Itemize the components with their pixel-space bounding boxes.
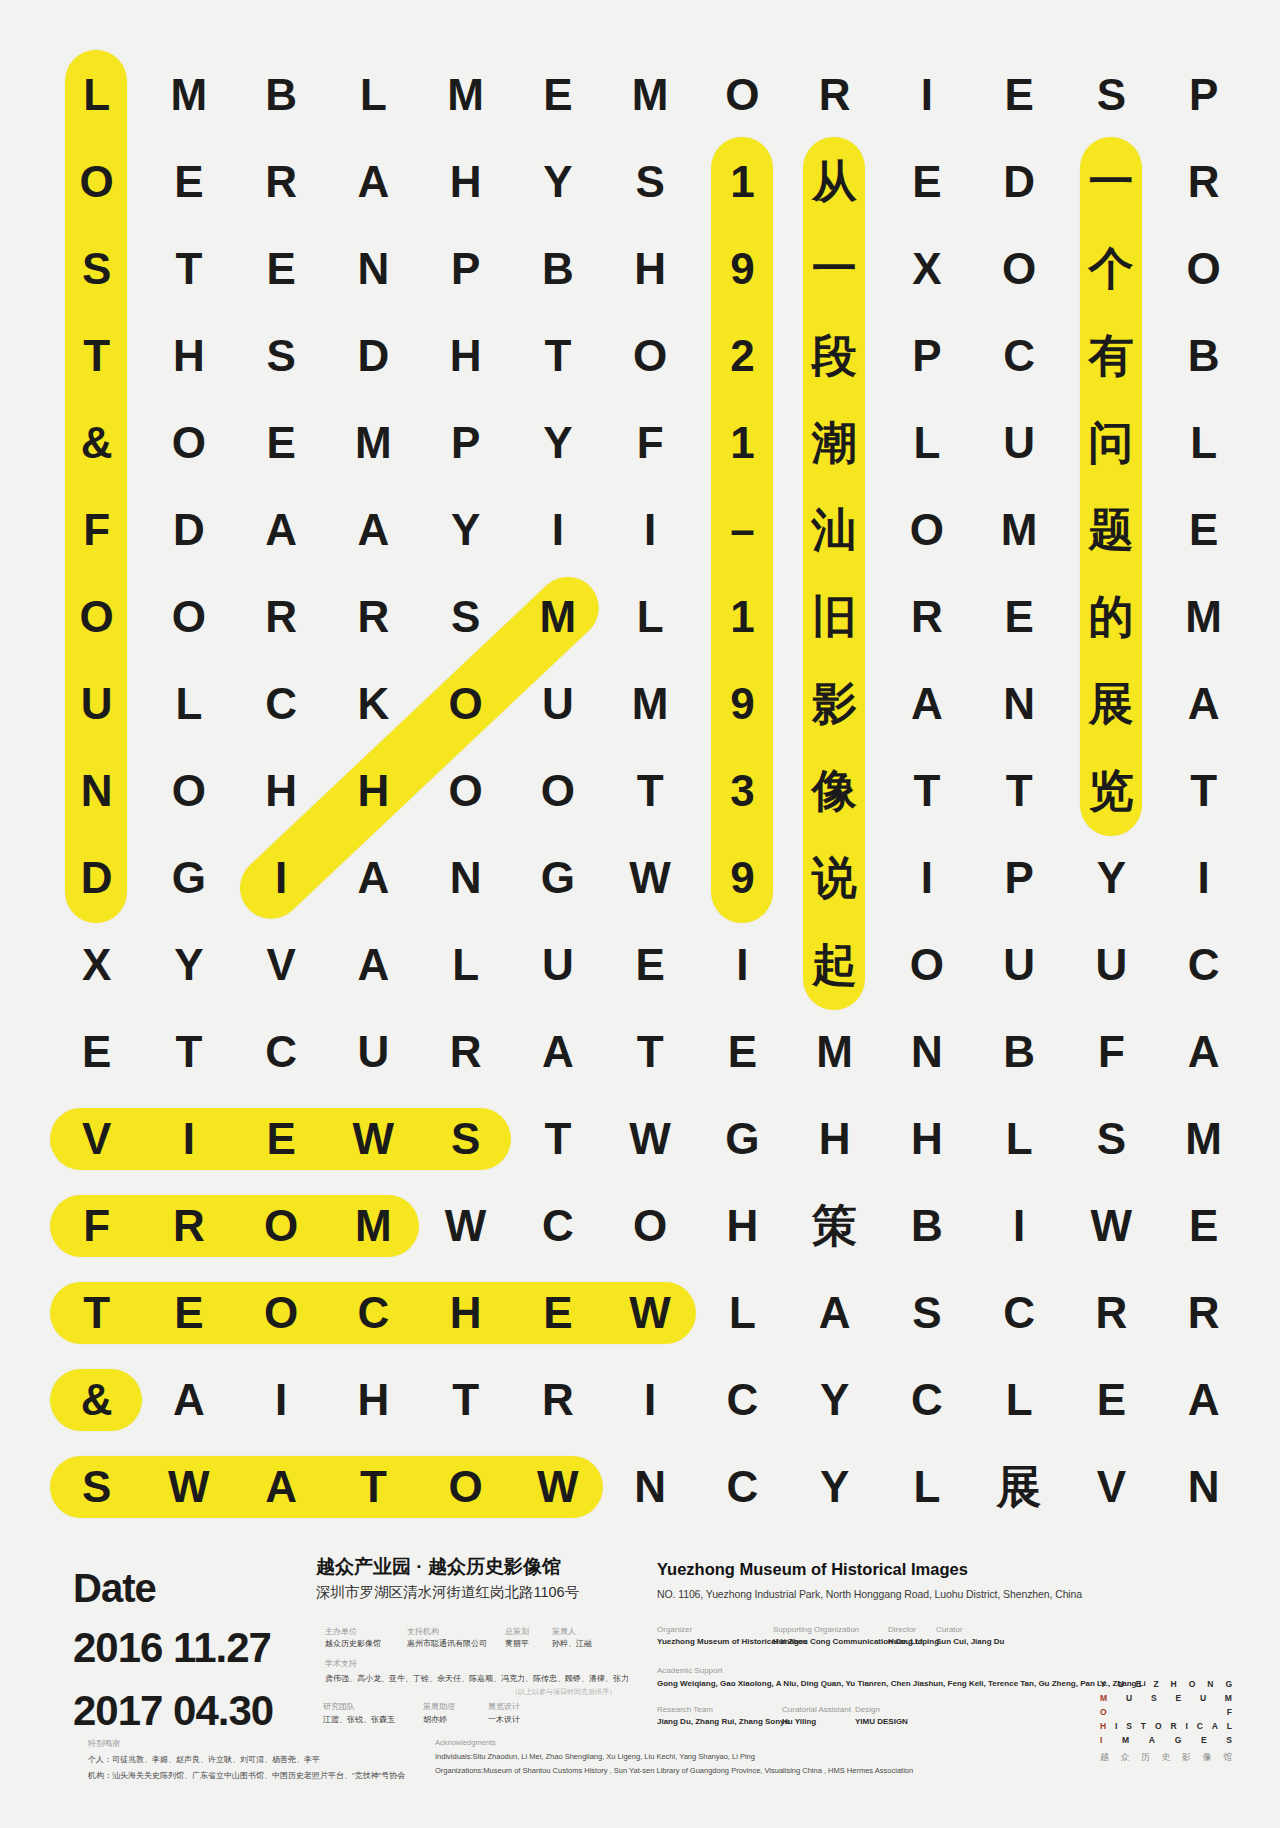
grid-cell-r13c9: H [788, 1095, 880, 1182]
grid-cell-r9c3: H [235, 747, 327, 834]
grid-cell-r8c10: A [880, 660, 972, 747]
grid-cell-r11c2: Y [142, 921, 234, 1008]
grid-cell-r8c8: 9 [696, 660, 788, 747]
grid-cell-r9c4: H [327, 747, 419, 834]
grid-cell-r12c5: R [419, 1008, 511, 1095]
grid-cell-r2c4: A [327, 138, 419, 225]
grid-cell-r16c11: L [973, 1356, 1065, 1443]
grid-cell-r3c9: 一 [788, 225, 880, 312]
grid-cell-r1c6: E [511, 51, 603, 138]
grid-cell-r12c12: F [1065, 1008, 1157, 1095]
grid-cell-r1c2: M [142, 51, 234, 138]
grid-cell-r17c9: Y [788, 1443, 880, 1530]
grid-cell-r1c4: L [327, 51, 419, 138]
logo-letter: O [1100, 1708, 1107, 1717]
grid-cell-r8c1: U [50, 660, 142, 747]
grid-cell-r11c4: A [327, 921, 419, 1008]
grid-cell-r4c7: O [604, 312, 696, 399]
credit-label: Curatorial Assistant [782, 1705, 851, 1714]
acknowledgments-english: Acknowledgments Individuals:Situ Zhaodun… [435, 1738, 913, 1775]
thanks-cn-individuals: 个人：司徒兆敦、李媚、赵声良、许立耿、刘可渭、杨善尧、李平 [88, 1754, 405, 1765]
grid-cell-r7c9: 旧 [788, 573, 880, 660]
grid-cell-r17c1: S [50, 1443, 142, 1530]
logo-row-1: YUEZHONG [1100, 1680, 1232, 1689]
grid-cell-r10c8: 9 [696, 834, 788, 921]
grid-cell-r2c5: H [419, 138, 511, 225]
grid-cell-r13c13: M [1157, 1095, 1249, 1182]
grid-cell-r11c1: X [50, 921, 142, 1008]
logo-letter: U [1118, 1680, 1124, 1689]
logo-cjk-char: 历 [1141, 1753, 1150, 1762]
grid-cell-r1c12: S [1065, 51, 1157, 138]
grid-cell-r14c8: H [696, 1182, 788, 1269]
grid-cell-r7c10: R [880, 573, 972, 660]
grid-cell-r4c1: T [50, 312, 142, 399]
logo-letter: E [1201, 1736, 1207, 1745]
grid-cell-r2c7: S [604, 138, 696, 225]
grid-cell-r2c8: 1 [696, 138, 788, 225]
logo-letter: S [1226, 1736, 1232, 1745]
logo-row-4: HISTORICAL [1100, 1722, 1232, 1731]
grid-cell-r7c6: M [511, 573, 603, 660]
grid-cell-r10c12: Y [1065, 834, 1157, 921]
credit-value: YIMU DESIGN [855, 1717, 908, 1726]
grid-cell-r15c9: A [788, 1269, 880, 1356]
venue-address-cn: 深圳市罗湖区清水河街道红岗北路1106号 [316, 1583, 579, 1602]
grid-cell-r5c9: 潮 [788, 399, 880, 486]
logo-letter: G [1225, 1680, 1232, 1689]
grid-cell-r9c2: O [142, 747, 234, 834]
grid-cell-r14c10: B [880, 1182, 972, 1269]
grid-cell-r6c6: I [511, 486, 603, 573]
grid-cell-r12c11: B [973, 1008, 1065, 1095]
grid-cell-r9c5: O [419, 747, 511, 834]
grid-cell-r2c11: D [973, 138, 1065, 225]
grid-cell-r8c3: C [235, 660, 327, 747]
grid-cell-r7c3: R [235, 573, 327, 660]
credit-value: Jiang Du, Zhang Rui, Zhang Sonyu [657, 1717, 789, 1726]
grid-cell-r8c4: K [327, 660, 419, 747]
grid-cell-r17c8: C [696, 1443, 788, 1530]
grid-cell-r5c11: U [973, 399, 1065, 486]
grid-cell-r13c10: H [880, 1095, 972, 1182]
logo-cjk-char: 众 [1121, 1753, 1130, 1762]
grid-cell-r15c7: W [604, 1269, 696, 1356]
grid-cell-r16c8: C [696, 1356, 788, 1443]
grid-cell-r9c7: T [604, 747, 696, 834]
grid-cell-r7c13: M [1157, 573, 1249, 660]
grid-cell-r11c5: L [419, 921, 511, 1008]
grid-cell-r16c13: A [1157, 1356, 1249, 1443]
grid-cell-r8c13: A [1157, 660, 1249, 747]
grid-cell-r17c7: N [604, 1443, 696, 1530]
credit-value: 江渡、张锐、张森玉 [323, 1714, 395, 1725]
logo-letter: S [1151, 1694, 1157, 1703]
thanks-en-label: Acknowledgments [435, 1738, 913, 1747]
credit-value: 黄丽平 [505, 1638, 529, 1649]
grid-cell-r5c2: O [142, 399, 234, 486]
grid-cell-r8c12: 展 [1065, 660, 1157, 747]
grid-cell-r3c6: B [511, 225, 603, 312]
grid-cell-r11c6: U [511, 921, 603, 1008]
grid-cell-r7c8: 1 [696, 573, 788, 660]
logo-cjk-char: 史 [1162, 1753, 1171, 1762]
grid-cell-r2c2: E [142, 138, 234, 225]
grid-cell-r9c13: T [1157, 747, 1249, 834]
grid-cell-r9c8: 3 [696, 747, 788, 834]
grid-cell-r3c3: E [235, 225, 327, 312]
credit-label: 研究团队 [323, 1701, 355, 1712]
grid-cell-r15c6: E [511, 1269, 603, 1356]
grid-cell-r8c5: O [419, 660, 511, 747]
grid-cell-r7c7: L [604, 573, 696, 660]
grid-cell-r16c4: H [327, 1356, 419, 1443]
grid-cell-r7c2: O [142, 573, 234, 660]
grid-cell-r12c1: E [50, 1008, 142, 1095]
grid-cell-r3c1: S [50, 225, 142, 312]
grid-cell-r4c10: P [880, 312, 972, 399]
grid-cell-r10c9: 说 [788, 834, 880, 921]
grid-cell-r12c3: C [235, 1008, 327, 1095]
grid-cell-r1c13: P [1157, 51, 1249, 138]
credit-label: 总策划 [505, 1626, 529, 1637]
grid-cell-r11c10: O [880, 921, 972, 1008]
grid-cell-r16c3: I [235, 1356, 327, 1443]
logo-letter: H [1171, 1680, 1177, 1689]
thanks-cn-label: 特别鸣谢 [88, 1738, 405, 1749]
venue-title-cn: 越众产业园 · 越众历史影像馆 [316, 1554, 561, 1580]
grid-cell-r14c2: R [142, 1182, 234, 1269]
grid-cell-r11c12: U [1065, 921, 1157, 1008]
logo-letter: M [1225, 1694, 1232, 1703]
credit-value: 胡亦婷 [423, 1714, 447, 1725]
logo-letter: I [1100, 1736, 1102, 1745]
grid-cell-r12c13: A [1157, 1008, 1249, 1095]
grid-cell-r3c10: X [880, 225, 972, 312]
grid-cell-r10c13: I [1157, 834, 1249, 921]
grid-cell-r17c13: N [1157, 1443, 1249, 1530]
grid-cell-r17c10: L [880, 1443, 972, 1530]
grid-cell-r15c4: C [327, 1269, 419, 1356]
grid-cell-r7c1: O [50, 573, 142, 660]
grid-cell-r14c6: C [511, 1182, 603, 1269]
credit-value: Sun Cui, Jiang Du [936, 1637, 1004, 1646]
grid-cell-r9c10: T [880, 747, 972, 834]
logo-row-2: MUSEUM [1100, 1694, 1232, 1703]
grid-cell-r2c1: O [50, 138, 142, 225]
grid-cell-r2c13: R [1157, 138, 1249, 225]
grid-cell-r11c3: V [235, 921, 327, 1008]
grid-cell-r16c12: E [1065, 1356, 1157, 1443]
grid-cell-r8c9: 影 [788, 660, 880, 747]
credit-value: Gong Weiqiang, Gao Xiaolong, A Niu, Ding… [657, 1679, 1146, 1688]
credit-label: Design [855, 1705, 880, 1714]
grid-cell-r16c2: A [142, 1356, 234, 1443]
grid-cell-r3c11: O [973, 225, 1065, 312]
grid-cell-r6c13: E [1157, 486, 1249, 573]
grid-cell-r14c13: E [1157, 1182, 1249, 1269]
logo-letter: A [1149, 1736, 1155, 1745]
credit-label: Academic Support [657, 1666, 722, 1675]
grid-cell-r3c8: 9 [696, 225, 788, 312]
credit-value: 龚伟强、高小龙、亚牛、丁铨、余天任、陈嘉顺、冯克力、陈传忠、顾铮、潘律、张力 [325, 1673, 629, 1684]
grid-cell-r12c8: E [696, 1008, 788, 1095]
grid-cell-r12c6: A [511, 1008, 603, 1095]
museum-logo: YUEZHONGMUSEUMOFHISTORICALIMAGES越众历史影像馆 [1100, 1680, 1232, 1767]
grid-cell-r16c5: T [419, 1356, 511, 1443]
grid-cell-r5c6: Y [511, 399, 603, 486]
logo-letter: A [1212, 1722, 1218, 1731]
grid-cell-r16c9: Y [788, 1356, 880, 1443]
grid-cell-r7c12: 的 [1065, 573, 1157, 660]
grid-cell-r15c3: O [235, 1269, 327, 1356]
exhibition-poster: LMBLMEMORIESPOERAHYS1从ED一RSTENPBH9一XO个OT… [0, 0, 1280, 1828]
grid-cell-r5c1: & [50, 399, 142, 486]
grid-cell-r4c5: H [419, 312, 511, 399]
grid-cell-r15c5: H [419, 1269, 511, 1356]
grid-cell-r6c4: A [327, 486, 419, 573]
credit-value: Hu Yiling [782, 1717, 816, 1726]
venue-title-en: Yuezhong Museum of Historical Images [657, 1560, 968, 1579]
grid-cell-r2c9: 从 [788, 138, 880, 225]
grid-cell-r12c9: M [788, 1008, 880, 1095]
grid-cell-r1c9: R [788, 51, 880, 138]
grid-cell-r15c1: T [50, 1269, 142, 1356]
grid-cell-r10c1: D [50, 834, 142, 921]
grid-cell-r4c11: C [973, 312, 1065, 399]
grid-cell-r14c11: I [973, 1182, 1065, 1269]
grid-cell-r13c8: G [696, 1095, 788, 1182]
grid-cell-r12c4: U [327, 1008, 419, 1095]
credit-label: 策展人 [552, 1626, 576, 1637]
grid-cell-r11c9: 起 [788, 921, 880, 1008]
grid-cell-r8c7: M [604, 660, 696, 747]
grid-cell-r3c4: N [327, 225, 419, 312]
grid-cell-r9c1: N [50, 747, 142, 834]
logo-letter: I [1185, 1722, 1187, 1731]
grid-cell-r5c3: E [235, 399, 327, 486]
acknowledgments-chinese: 特别鸣谢 个人：司徒兆敦、李媚、赵声良、许立耿、刘可渭、杨善尧、李平 机构：汕头… [88, 1738, 405, 1781]
grid-cell-r4c12: 有 [1065, 312, 1157, 399]
logo-letter: M [1122, 1736, 1129, 1745]
grid-cell-r9c12: 览 [1065, 747, 1157, 834]
grid-cell-r7c4: R [327, 573, 419, 660]
grid-cell-r1c11: E [973, 51, 1065, 138]
grid-cell-r13c5: S [419, 1095, 511, 1182]
grid-cell-r10c2: G [142, 834, 234, 921]
grid-cell-r17c3: A [235, 1443, 327, 1530]
grid-cell-r6c11: M [973, 486, 1065, 573]
grid-cell-r17c12: V [1065, 1443, 1157, 1530]
grid-cell-r3c13: O [1157, 225, 1249, 312]
grid-cell-r16c7: I [604, 1356, 696, 1443]
grid-cell-r15c8: L [696, 1269, 788, 1356]
grid-cell-r4c13: B [1157, 312, 1249, 399]
grid-cell-r5c4: M [327, 399, 419, 486]
grid-cell-r4c6: T [511, 312, 603, 399]
grid-cell-r10c3: I [235, 834, 327, 921]
date-label: Date [73, 1566, 156, 1611]
credits-chinese: 主办单位越众历史影像馆支持机构惠州市聪通讯有限公司总策划黄丽平策展人孙粹、江融学… [316, 1622, 616, 1727]
credit-label: Director [888, 1625, 916, 1634]
logo-row-3: OF [1100, 1708, 1232, 1717]
logo-letter: U [1126, 1694, 1132, 1703]
grid-cell-r15c12: R [1065, 1269, 1157, 1356]
grid-cell-r1c5: M [419, 51, 511, 138]
grid-cell-r13c1: V [50, 1095, 142, 1182]
grid-cell-r1c10: I [880, 51, 972, 138]
logo-letter: H [1100, 1722, 1106, 1731]
grid-cell-r6c12: 题 [1065, 486, 1157, 573]
grid-cell-r10c10: I [880, 834, 972, 921]
logo-cjk-char: 像 [1203, 1753, 1212, 1762]
word-search-grid: LMBLMEMORIESPOERAHYS1从ED一RSTENPBH9一XO个OT… [50, 51, 1249, 1530]
grid-cell-r17c2: W [142, 1443, 234, 1530]
credit-label: Curator [936, 1625, 963, 1634]
grid-cell-r14c12: W [1065, 1182, 1157, 1269]
grid-cell-r14c7: O [604, 1182, 696, 1269]
grid-cell-r16c1: & [50, 1356, 142, 1443]
grid-cell-r10c11: P [973, 834, 1065, 921]
logo-letter: I [1115, 1722, 1117, 1731]
logo-letter: L [1227, 1722, 1232, 1731]
grid-cell-r13c11: L [973, 1095, 1065, 1182]
grid-cell-r3c7: H [604, 225, 696, 312]
grid-cell-r10c7: W [604, 834, 696, 921]
grid-cell-r5c10: L [880, 399, 972, 486]
venue-address-en: NO. 1106, Yuezhong Industrial Park, Nort… [657, 1588, 1082, 1600]
logo-letter: O [1189, 1680, 1196, 1689]
grid-cell-r2c12: 一 [1065, 138, 1157, 225]
logo-letter: U [1200, 1694, 1206, 1703]
logo-letter: M [1100, 1694, 1107, 1703]
grid-cell-r14c9: 策 [788, 1182, 880, 1269]
grid-cell-r13c12: S [1065, 1095, 1157, 1182]
grid-cell-r10c4: A [327, 834, 419, 921]
grid-cell-r6c9: 汕 [788, 486, 880, 573]
grid-cell-r4c4: D [327, 312, 419, 399]
grid-cell-r11c11: U [973, 921, 1065, 1008]
grid-cell-r1c3: B [235, 51, 327, 138]
grid-cell-r15c2: E [142, 1269, 234, 1356]
logo-letter: Y [1100, 1680, 1106, 1689]
grid-cell-r6c10: O [880, 486, 972, 573]
grid-cell-r4c3: S [235, 312, 327, 399]
logo-letter: Z [1153, 1680, 1158, 1689]
grid-cell-r12c2: T [142, 1008, 234, 1095]
grid-cell-r2c6: Y [511, 138, 603, 225]
grid-cell-r8c6: U [511, 660, 603, 747]
grid-cell-r3c5: P [419, 225, 511, 312]
grid-cell-r1c7: M [604, 51, 696, 138]
logo-cjk-char: 影 [1182, 1753, 1191, 1762]
credit-label: 展览设计 [488, 1701, 520, 1712]
logo-letter: C [1197, 1722, 1203, 1731]
grid-cell-r13c6: T [511, 1095, 603, 1182]
grid-cell-r10c6: G [511, 834, 603, 921]
grid-cell-r17c11: 展 [973, 1443, 1065, 1530]
grid-cell-r12c7: T [604, 1008, 696, 1095]
date-end: 2017 04.30 [73, 1687, 273, 1735]
grid-cell-r13c7: W [604, 1095, 696, 1182]
credit-value: 惠州市聪通讯有限公司 [407, 1638, 487, 1649]
logo-letter: S [1126, 1722, 1132, 1731]
logo-letter: E [1136, 1680, 1142, 1689]
grid-cell-r4c9: 段 [788, 312, 880, 399]
grid-cell-r13c4: W [327, 1095, 419, 1182]
credit-note: （以上以参与项目时间先后排序） [511, 1687, 616, 1697]
grid-cell-r3c2: T [142, 225, 234, 312]
grid-cell-r17c6: W [511, 1443, 603, 1530]
logo-letter: O [1155, 1722, 1162, 1731]
logo-cjk-char: 馆 [1223, 1753, 1232, 1762]
logo-letter: E [1175, 1694, 1181, 1703]
date-start: 2016 11.27 [73, 1624, 271, 1672]
grid-cell-r9c6: O [511, 747, 603, 834]
grid-cell-r16c6: R [511, 1356, 603, 1443]
grid-cell-r12c10: N [880, 1008, 972, 1095]
grid-cell-r2c10: E [880, 138, 972, 225]
logo-row-cjk: 越众历史影像馆 [1100, 1753, 1232, 1762]
grid-cell-r9c9: 像 [788, 747, 880, 834]
logo-letter: R [1170, 1722, 1176, 1731]
grid-cell-r7c5: S [419, 573, 511, 660]
credit-label: 主办单位 [325, 1626, 357, 1637]
grid-cell-r14c3: O [235, 1182, 327, 1269]
grid-cell-r9c11: T [973, 747, 1065, 834]
logo-letter: N [1207, 1680, 1213, 1689]
grid-cell-r5c12: 问 [1065, 399, 1157, 486]
credit-value: 越众历史影像馆 [325, 1638, 381, 1649]
credit-label: 学术支持 [325, 1658, 357, 1669]
grid-cell-r17c5: O [419, 1443, 511, 1530]
grid-cell-r8c11: N [973, 660, 1065, 747]
grid-cell-r6c8: – [696, 486, 788, 573]
grid-cell-r14c1: F [50, 1182, 142, 1269]
grid-cell-r4c8: 2 [696, 312, 788, 399]
grid-cell-r11c8: I [696, 921, 788, 1008]
logo-cjk-char: 越 [1100, 1753, 1109, 1762]
grid-cell-r15c13: R [1157, 1269, 1249, 1356]
grid-cell-r13c3: E [235, 1095, 327, 1182]
grid-cell-r5c8: 1 [696, 399, 788, 486]
grid-cell-r4c2: H [142, 312, 234, 399]
grid-cell-r11c7: E [604, 921, 696, 1008]
grid-cell-r1c1: L [50, 51, 142, 138]
grid-cell-r15c11: C [973, 1269, 1065, 1356]
credits-english: OrganizerYuezhong Museum of Historical I… [657, 1622, 1117, 1727]
grid-cell-r6c7: I [604, 486, 696, 573]
credit-label: Organizer [657, 1625, 692, 1634]
credit-label: Supporting Organization [773, 1625, 859, 1634]
grid-cell-r14c4: M [327, 1182, 419, 1269]
credit-label: Research Team [657, 1705, 713, 1714]
grid-cell-r14c5: W [419, 1182, 511, 1269]
grid-cell-r6c1: F [50, 486, 142, 573]
grid-cell-r7c11: E [973, 573, 1065, 660]
grid-cell-r5c5: P [419, 399, 511, 486]
credit-value: Huang Liping [888, 1637, 939, 1646]
credit-value: 孙粹、江融 [552, 1638, 592, 1649]
logo-letter: G [1175, 1736, 1182, 1745]
grid-cell-r10c5: N [419, 834, 511, 921]
grid-cell-r17c4: T [327, 1443, 419, 1530]
thanks-cn-organizations: 机构：汕头海关关史陈列馆、广东省立中山图书馆、中国历史老照片平台、“竞技神”号协… [88, 1770, 405, 1781]
grid-cell-r6c5: Y [419, 486, 511, 573]
grid-cell-r6c3: A [235, 486, 327, 573]
credit-label: 策展助理 [423, 1701, 455, 1712]
grid-cell-r1c8: O [696, 51, 788, 138]
